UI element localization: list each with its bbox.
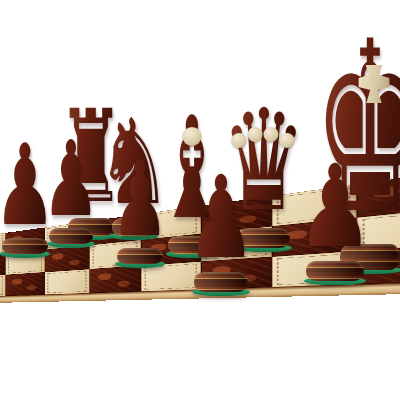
pawn-glyph: ♟ xyxy=(0,129,56,241)
cream-ball-accent xyxy=(232,133,247,148)
cream-ball-accent xyxy=(183,127,202,146)
pieces-layer: ♟♟♜♞♟♝♟♛♟♚ xyxy=(0,0,400,400)
pawn-glyph: ♟ xyxy=(186,161,255,275)
pawn-glyph: ♟ xyxy=(111,147,169,251)
photo-stage: ♟♟♜♞♟♝♟♛♟♚ xyxy=(0,0,400,400)
cream-ball-accent xyxy=(264,127,279,142)
pawn-glyph: ♟ xyxy=(297,150,374,264)
cream-ball-accent xyxy=(248,127,263,142)
cream-ball-accent xyxy=(280,133,295,148)
